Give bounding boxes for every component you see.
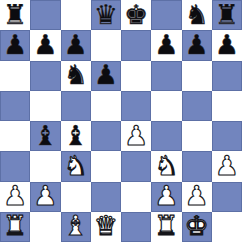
square-c1[interactable]: ♝ bbox=[61, 212, 91, 242]
square-h8[interactable]: ♜ bbox=[212, 0, 242, 30]
square-d2[interactable] bbox=[91, 182, 121, 212]
square-d7[interactable] bbox=[91, 30, 121, 60]
square-d3[interactable] bbox=[91, 151, 121, 181]
square-h2[interactable] bbox=[212, 182, 242, 212]
square-g4[interactable] bbox=[182, 121, 212, 151]
white-bishop[interactable]: ♝ bbox=[64, 212, 88, 239]
square-c3[interactable]: ♞ bbox=[61, 151, 91, 181]
white-knight[interactable]: ♞ bbox=[154, 152, 178, 179]
square-e2[interactable] bbox=[121, 182, 151, 212]
square-g6[interactable] bbox=[182, 61, 212, 91]
white-pawn[interactable]: ♟ bbox=[154, 182, 178, 209]
black-rook[interactable]: ♜ bbox=[3, 1, 27, 28]
white-pawn[interactable]: ♟ bbox=[185, 182, 209, 209]
square-d5[interactable] bbox=[91, 91, 121, 121]
black-pawn[interactable]: ♟ bbox=[3, 31, 27, 58]
square-h1[interactable] bbox=[212, 212, 242, 242]
square-a3[interactable] bbox=[0, 151, 30, 181]
white-queen[interactable]: ♛ bbox=[94, 212, 118, 239]
black-knight[interactable]: ♞ bbox=[185, 1, 209, 28]
white-knight[interactable]: ♞ bbox=[64, 152, 88, 179]
black-queen[interactable]: ♛ bbox=[94, 1, 118, 28]
square-a4[interactable] bbox=[0, 121, 30, 151]
square-f4[interactable] bbox=[151, 121, 181, 151]
black-pawn[interactable]: ♟ bbox=[215, 31, 239, 58]
square-f5[interactable] bbox=[151, 91, 181, 121]
square-b4[interactable]: ♝ bbox=[30, 121, 60, 151]
square-a6[interactable] bbox=[0, 61, 30, 91]
square-h6[interactable] bbox=[212, 61, 242, 91]
white-king[interactable]: ♚ bbox=[185, 212, 209, 239]
square-b8[interactable] bbox=[30, 0, 60, 30]
black-pawn[interactable]: ♟ bbox=[94, 61, 118, 88]
square-b6[interactable] bbox=[30, 61, 60, 91]
black-pawn[interactable]: ♟ bbox=[185, 31, 209, 58]
square-b1[interactable] bbox=[30, 212, 60, 242]
square-a5[interactable] bbox=[0, 91, 30, 121]
white-rook[interactable]: ♜ bbox=[3, 212, 27, 239]
square-d6[interactable]: ♟ bbox=[91, 61, 121, 91]
white-pawn[interactable]: ♟ bbox=[215, 152, 239, 179]
square-e1[interactable] bbox=[121, 212, 151, 242]
white-pawn[interactable]: ♟ bbox=[124, 122, 148, 149]
square-e3[interactable] bbox=[121, 151, 151, 181]
black-bishop[interactable]: ♝ bbox=[33, 122, 57, 149]
square-e6[interactable] bbox=[121, 61, 151, 91]
square-d1[interactable]: ♛ bbox=[91, 212, 121, 242]
square-c7[interactable]: ♟ bbox=[61, 30, 91, 60]
square-a8[interactable]: ♜ bbox=[0, 0, 30, 30]
square-g7[interactable]: ♟ bbox=[182, 30, 212, 60]
black-bishop[interactable]: ♝ bbox=[64, 122, 88, 149]
square-b3[interactable] bbox=[30, 151, 60, 181]
square-c6[interactable]: ♞ bbox=[61, 61, 91, 91]
square-f1[interactable]: ♜ bbox=[151, 212, 181, 242]
black-rook[interactable]: ♜ bbox=[215, 1, 239, 28]
square-b5[interactable] bbox=[30, 91, 60, 121]
square-e5[interactable] bbox=[121, 91, 151, 121]
square-e4[interactable]: ♟ bbox=[121, 121, 151, 151]
square-c4[interactable]: ♝ bbox=[61, 121, 91, 151]
white-rook[interactable]: ♜ bbox=[154, 212, 178, 239]
square-g8[interactable]: ♞ bbox=[182, 0, 212, 30]
square-d4[interactable] bbox=[91, 121, 121, 151]
square-f7[interactable]: ♟ bbox=[151, 30, 181, 60]
square-d8[interactable]: ♛ bbox=[91, 0, 121, 30]
square-b7[interactable]: ♟ bbox=[30, 30, 60, 60]
square-a1[interactable]: ♜ bbox=[0, 212, 30, 242]
black-king[interactable]: ♚ bbox=[124, 1, 148, 28]
white-pawn[interactable]: ♟ bbox=[33, 182, 57, 209]
chess-board: ♜♛♚♞♜♟♟♟♟♟♟♞♟♝♝♟♞♞♟♟♟♟♟♜♝♛♜♚ bbox=[0, 0, 242, 242]
black-knight[interactable]: ♞ bbox=[64, 61, 88, 88]
square-g2[interactable]: ♟ bbox=[182, 182, 212, 212]
square-h7[interactable]: ♟ bbox=[212, 30, 242, 60]
square-f8[interactable] bbox=[151, 0, 181, 30]
square-f3[interactable]: ♞ bbox=[151, 151, 181, 181]
square-g1[interactable]: ♚ bbox=[182, 212, 212, 242]
square-c5[interactable] bbox=[61, 91, 91, 121]
black-pawn[interactable]: ♟ bbox=[64, 31, 88, 58]
black-pawn[interactable]: ♟ bbox=[33, 31, 57, 58]
square-f2[interactable]: ♟ bbox=[151, 182, 181, 212]
square-g3[interactable] bbox=[182, 151, 212, 181]
square-e7[interactable] bbox=[121, 30, 151, 60]
square-a7[interactable]: ♟ bbox=[0, 30, 30, 60]
square-c2[interactable] bbox=[61, 182, 91, 212]
square-c8[interactable] bbox=[61, 0, 91, 30]
square-g5[interactable] bbox=[182, 91, 212, 121]
square-h3[interactable]: ♟ bbox=[212, 151, 242, 181]
square-f6[interactable] bbox=[151, 61, 181, 91]
square-a2[interactable]: ♟ bbox=[0, 182, 30, 212]
square-h5[interactable] bbox=[212, 91, 242, 121]
square-e8[interactable]: ♚ bbox=[121, 0, 151, 30]
square-h4[interactable] bbox=[212, 121, 242, 151]
black-pawn[interactable]: ♟ bbox=[154, 31, 178, 58]
square-b2[interactable]: ♟ bbox=[30, 182, 60, 212]
white-pawn[interactable]: ♟ bbox=[3, 182, 27, 209]
